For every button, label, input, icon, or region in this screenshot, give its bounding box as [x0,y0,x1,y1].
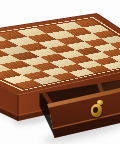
chess-box-photo [0,0,120,144]
